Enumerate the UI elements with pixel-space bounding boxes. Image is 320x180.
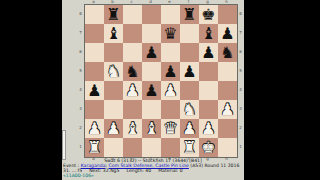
black-bishop[interactable]: ♝ [201, 24, 215, 43]
rank-label-2: 2 [238, 118, 243, 137]
black-pawn[interactable]: ♟ [201, 43, 215, 62]
square-h6[interactable]: ♞ [218, 43, 237, 62]
black-pawn[interactable]: ♟ [144, 81, 158, 100]
game-title: Swat 6 (3132) -- Stockfish 17 (3644) [B4… [62, 158, 244, 163]
rank-label-7: 7 [78, 23, 83, 42]
square-g7[interactable]: ♝ [199, 24, 218, 43]
game-length: Length: 40 [126, 168, 151, 173]
square-f4[interactable] [180, 81, 199, 100]
square-d6[interactable]: ♟ [142, 43, 161, 62]
square-a2[interactable]: ♟ [85, 119, 104, 138]
black-knight[interactable]: ♞ [220, 43, 234, 62]
square-d4[interactable]: ♟ [142, 81, 161, 100]
square-d5[interactable] [142, 62, 161, 81]
black-pawn[interactable]: ♟ [144, 43, 158, 62]
square-a6[interactable] [85, 43, 104, 62]
letterbox-right [244, 0, 320, 180]
square-g4[interactable] [199, 81, 218, 100]
white-rook[interactable]: ♜ [87, 138, 101, 157]
square-h5[interactable] [218, 62, 237, 81]
rank-label-6: 6 [78, 42, 83, 61]
square-d1[interactable] [142, 138, 161, 157]
black-knight[interactable]: ♞ [125, 62, 139, 81]
rank-label-6: 6 [238, 42, 243, 61]
rank-label-2: 2 [78, 118, 83, 137]
square-c6[interactable] [123, 43, 142, 62]
white-pawn[interactable]: ♟ [125, 81, 139, 100]
white-bishop[interactable]: ♝ [144, 119, 158, 138]
square-b3[interactable] [104, 100, 123, 119]
square-f2[interactable]: ♟ [180, 119, 199, 138]
square-e2[interactable]: ♛ [161, 119, 180, 138]
rank-labels-left: 87654321 [78, 4, 83, 156]
square-c5[interactable]: ♞ [123, 62, 142, 81]
video-frame: abcdefgh 87654321 ♜♜♚♝♛♝♟♟♟♞♞♞♟♟♟♟♟♟♞♟♟♟… [0, 0, 320, 180]
rank-label-3: 3 [238, 99, 243, 118]
square-e5[interactable]: ♟ [161, 62, 180, 81]
square-e8[interactable] [161, 5, 180, 24]
white-knight[interactable]: ♞ [106, 62, 120, 81]
square-g6[interactable]: ♟ [199, 43, 218, 62]
square-f3[interactable]: ♞ [180, 100, 199, 119]
rank-label-1: 1 [238, 137, 243, 156]
square-e4[interactable]: ♟ [161, 81, 180, 100]
square-b8[interactable]: ♜ [104, 5, 123, 24]
square-g1[interactable]: ♚ [199, 138, 218, 157]
white-pawn[interactable]: ♟ [220, 100, 234, 119]
square-h1[interactable] [218, 138, 237, 157]
square-e1[interactable] [161, 138, 180, 157]
square-b5[interactable]: ♞ [104, 62, 123, 81]
square-a8[interactable] [85, 5, 104, 24]
rank-label-4: 4 [238, 80, 243, 99]
square-c4[interactable]: ♟ [123, 81, 142, 100]
rank-label-3: 3 [78, 99, 83, 118]
chess-board[interactable]: ♜♜♚♝♛♝♟♟♟♞♞♞♟♟♟♟♟♟♞♟♟♟♝♝♛♟♟♜♜♚ [84, 4, 238, 158]
square-e7[interactable]: ♛ [161, 24, 180, 43]
square-d3[interactable] [142, 100, 161, 119]
material-balance: Material: 0 [158, 168, 183, 173]
black-queen[interactable]: ♛ [163, 24, 177, 43]
square-a4[interactable]: ♟ [85, 81, 104, 100]
square-c8[interactable] [123, 5, 142, 24]
square-a1[interactable]: ♜ [85, 138, 104, 157]
square-h2[interactable] [218, 119, 237, 138]
square-f8[interactable]: ♜ [180, 5, 199, 24]
square-b1[interactable] [104, 138, 123, 157]
black-rook[interactable]: ♜ [106, 5, 120, 24]
square-e3[interactable] [161, 100, 180, 119]
rank-label-5: 5 [238, 61, 243, 80]
white-pawn[interactable]: ♟ [182, 119, 196, 138]
black-bishop[interactable]: ♝ [106, 24, 120, 43]
square-c1[interactable] [123, 138, 142, 157]
square-f6[interactable] [180, 43, 199, 62]
square-f7[interactable] [180, 24, 199, 43]
white-pawn[interactable]: ♟ [106, 119, 120, 138]
square-b4[interactable] [104, 81, 123, 100]
black-king[interactable]: ♚ [201, 5, 215, 24]
rank-label-5: 5 [78, 61, 83, 80]
square-f5[interactable]: ♟ [180, 62, 199, 81]
square-h8[interactable] [218, 5, 237, 24]
rank-label-8: 8 [238, 4, 243, 23]
square-c7[interactable] [123, 24, 142, 43]
black-pawn[interactable]: ♟ [163, 62, 177, 81]
black-pawn[interactable]: ♟ [182, 62, 196, 81]
white-pawn[interactable]: ♟ [163, 81, 177, 100]
black-pawn[interactable]: ♟ [87, 81, 101, 100]
square-a5[interactable] [85, 62, 104, 81]
square-f1[interactable]: ♜ [180, 138, 199, 157]
square-g5[interactable] [199, 62, 218, 81]
square-d2[interactable]: ♝ [142, 119, 161, 138]
white-pawn[interactable]: ♟ [87, 119, 101, 138]
square-d8[interactable] [142, 5, 161, 24]
white-rook[interactable]: ♜ [182, 138, 196, 157]
rank-label-8: 8 [78, 4, 83, 23]
black-pawn[interactable]: ♟ [220, 24, 234, 43]
white-queen[interactable]: ♛ [163, 119, 177, 138]
square-g8[interactable]: ♚ [199, 5, 218, 24]
white-bishop[interactable]: ♝ [125, 119, 139, 138]
square-h4[interactable] [218, 81, 237, 100]
rank-label-4: 4 [78, 80, 83, 99]
square-g2[interactable]: ♟ [199, 119, 218, 138]
square-g3[interactable] [199, 100, 218, 119]
square-c3[interactable] [123, 100, 142, 119]
white-king[interactable]: ♚ [201, 138, 215, 157]
rank-label-7: 7 [238, 23, 243, 42]
rank-label-1: 1 [78, 137, 83, 156]
scrollbar[interactable] [62, 130, 66, 160]
rank-labels-right: 87654321 [238, 4, 243, 156]
square-h7[interactable]: ♟ [218, 24, 237, 43]
white-knight[interactable]: ♞ [182, 100, 196, 119]
square-a7[interactable] [85, 24, 104, 43]
eval-code-line: «11A00-106» [63, 173, 94, 178]
square-h3[interactable]: ♟ [218, 100, 237, 119]
black-rook[interactable]: ♜ [182, 5, 196, 24]
square-b6[interactable] [104, 43, 123, 62]
square-d7[interactable] [142, 24, 161, 43]
letterbox-left [0, 0, 62, 180]
square-c2[interactable]: ♝ [123, 119, 142, 138]
chess-app-window: abcdefgh 87654321 ♜♜♚♝♛♝♟♟♟♞♞♞♟♟♟♟♟♟♞♟♟♟… [62, 0, 244, 180]
square-e6[interactable] [161, 43, 180, 62]
square-b2[interactable]: ♟ [104, 119, 123, 138]
white-pawn[interactable]: ♟ [201, 119, 215, 138]
square-b7[interactable]: ♝ [104, 24, 123, 43]
square-a3[interactable] [85, 100, 104, 119]
